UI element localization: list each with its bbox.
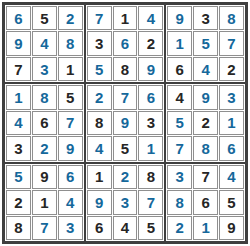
box-3: 938157642 bbox=[165, 4, 246, 83]
cell-r3c3[interactable]: 1 bbox=[58, 57, 83, 81]
box-2: 714362589 bbox=[85, 4, 166, 83]
cell-r9c5[interactable]: 4 bbox=[113, 216, 138, 240]
cell-r3c1[interactable]: 7 bbox=[6, 57, 31, 81]
cell-r4c4[interactable]: 2 bbox=[87, 85, 112, 109]
cell-r5c7[interactable]: 5 bbox=[167, 111, 192, 135]
cell-r7c3[interactable]: 6 bbox=[58, 165, 83, 189]
cell-r2c3[interactable]: 8 bbox=[58, 31, 83, 55]
cell-r4c5[interactable]: 7 bbox=[113, 85, 138, 109]
cell-r6c8[interactable]: 8 bbox=[193, 136, 218, 160]
cell-r9c3[interactable]: 3 bbox=[58, 216, 83, 240]
sudoku-board-wrapper: 6529487317143625899381576421854673292768… bbox=[0, 0, 250, 246]
cell-r3c2[interactable]: 3 bbox=[32, 57, 57, 81]
cell-r5c4[interactable]: 8 bbox=[87, 111, 112, 135]
cell-r9c8[interactable]: 1 bbox=[193, 216, 218, 240]
cell-r2c1[interactable]: 9 bbox=[6, 31, 31, 55]
cell-r4c7[interactable]: 4 bbox=[167, 85, 192, 109]
cell-r2c6[interactable]: 2 bbox=[138, 31, 163, 55]
cell-r9c4[interactable]: 6 bbox=[87, 216, 112, 240]
cell-r6c4[interactable]: 4 bbox=[87, 136, 112, 160]
cell-r5c8[interactable]: 2 bbox=[193, 111, 218, 135]
cell-r9c6[interactable]: 5 bbox=[138, 216, 163, 240]
cell-r1c9[interactable]: 8 bbox=[219, 6, 244, 30]
cell-r4c9[interactable]: 3 bbox=[219, 85, 244, 109]
cell-r8c8[interactable]: 6 bbox=[193, 190, 218, 214]
cell-r9c7[interactable]: 2 bbox=[167, 216, 192, 240]
cell-r5c6[interactable]: 3 bbox=[138, 111, 163, 135]
cell-r7c9[interactable]: 4 bbox=[219, 165, 244, 189]
cell-r7c2[interactable]: 9 bbox=[32, 165, 57, 189]
cell-r8c1[interactable]: 2 bbox=[6, 190, 31, 214]
cell-r3c9[interactable]: 2 bbox=[219, 57, 244, 81]
cell-r8c9[interactable]: 5 bbox=[219, 190, 244, 214]
cell-r8c6[interactable]: 7 bbox=[138, 190, 163, 214]
cell-r5c3[interactable]: 7 bbox=[58, 111, 83, 135]
box-9: 374865219 bbox=[165, 163, 246, 242]
cell-r2c2[interactable]: 4 bbox=[32, 31, 57, 55]
sudoku-board: 6529487317143625899381576421854673292768… bbox=[2, 2, 248, 244]
cell-r7c6[interactable]: 8 bbox=[138, 165, 163, 189]
cell-r6c5[interactable]: 5 bbox=[113, 136, 138, 160]
cell-r7c7[interactable]: 3 bbox=[167, 165, 192, 189]
cell-r6c3[interactable]: 9 bbox=[58, 136, 83, 160]
cell-r4c6[interactable]: 6 bbox=[138, 85, 163, 109]
cell-r2c4[interactable]: 3 bbox=[87, 31, 112, 55]
cell-r1c7[interactable]: 9 bbox=[167, 6, 192, 30]
cell-r3c7[interactable]: 6 bbox=[167, 57, 192, 81]
cell-r5c2[interactable]: 6 bbox=[32, 111, 57, 135]
cell-r8c7[interactable]: 8 bbox=[167, 190, 192, 214]
cell-r3c6[interactable]: 9 bbox=[138, 57, 163, 81]
cell-r1c4[interactable]: 7 bbox=[87, 6, 112, 30]
cell-r6c9[interactable]: 6 bbox=[219, 136, 244, 160]
cell-r2c9[interactable]: 7 bbox=[219, 31, 244, 55]
box-5: 276893451 bbox=[85, 83, 166, 162]
cell-r2c5[interactable]: 6 bbox=[113, 31, 138, 55]
cell-r4c8[interactable]: 9 bbox=[193, 85, 218, 109]
cell-r7c8[interactable]: 7 bbox=[193, 165, 218, 189]
cell-r6c7[interactable]: 7 bbox=[167, 136, 192, 160]
box-8: 128937645 bbox=[85, 163, 166, 242]
cell-r1c8[interactable]: 3 bbox=[193, 6, 218, 30]
cell-r8c2[interactable]: 1 bbox=[32, 190, 57, 214]
cell-r1c3[interactable]: 2 bbox=[58, 6, 83, 30]
cell-r3c8[interactable]: 4 bbox=[193, 57, 218, 81]
cell-r1c5[interactable]: 1 bbox=[113, 6, 138, 30]
cell-r6c1[interactable]: 3 bbox=[6, 136, 31, 160]
cell-r3c4[interactable]: 5 bbox=[87, 57, 112, 81]
cell-r2c8[interactable]: 5 bbox=[193, 31, 218, 55]
cell-r2c7[interactable]: 1 bbox=[167, 31, 192, 55]
cell-r3c5[interactable]: 8 bbox=[113, 57, 138, 81]
cell-r6c6[interactable]: 1 bbox=[138, 136, 163, 160]
cell-r9c9[interactable]: 9 bbox=[219, 216, 244, 240]
cell-r7c5[interactable]: 2 bbox=[113, 165, 138, 189]
cell-r9c1[interactable]: 8 bbox=[6, 216, 31, 240]
cell-r6c2[interactable]: 2 bbox=[32, 136, 57, 160]
box-4: 185467329 bbox=[4, 83, 85, 162]
cell-r5c1[interactable]: 4 bbox=[6, 111, 31, 135]
cell-r1c1[interactable]: 6 bbox=[6, 6, 31, 30]
box-1: 652948731 bbox=[4, 4, 85, 83]
cell-r5c9[interactable]: 1 bbox=[219, 111, 244, 135]
box-6: 493521786 bbox=[165, 83, 246, 162]
cell-r8c5[interactable]: 3 bbox=[113, 190, 138, 214]
cell-r7c4[interactable]: 1 bbox=[87, 165, 112, 189]
cell-r4c1[interactable]: 1 bbox=[6, 85, 31, 109]
cell-r1c6[interactable]: 4 bbox=[138, 6, 163, 30]
cell-r9c2[interactable]: 7 bbox=[32, 216, 57, 240]
cell-r4c3[interactable]: 5 bbox=[58, 85, 83, 109]
cell-r8c4[interactable]: 9 bbox=[87, 190, 112, 214]
cell-r4c2[interactable]: 8 bbox=[32, 85, 57, 109]
cell-r7c1[interactable]: 5 bbox=[6, 165, 31, 189]
cell-r1c2[interactable]: 5 bbox=[32, 6, 57, 30]
cell-r8c3[interactable]: 4 bbox=[58, 190, 83, 214]
box-7: 596214873 bbox=[4, 163, 85, 242]
cell-r5c5[interactable]: 9 bbox=[113, 111, 138, 135]
